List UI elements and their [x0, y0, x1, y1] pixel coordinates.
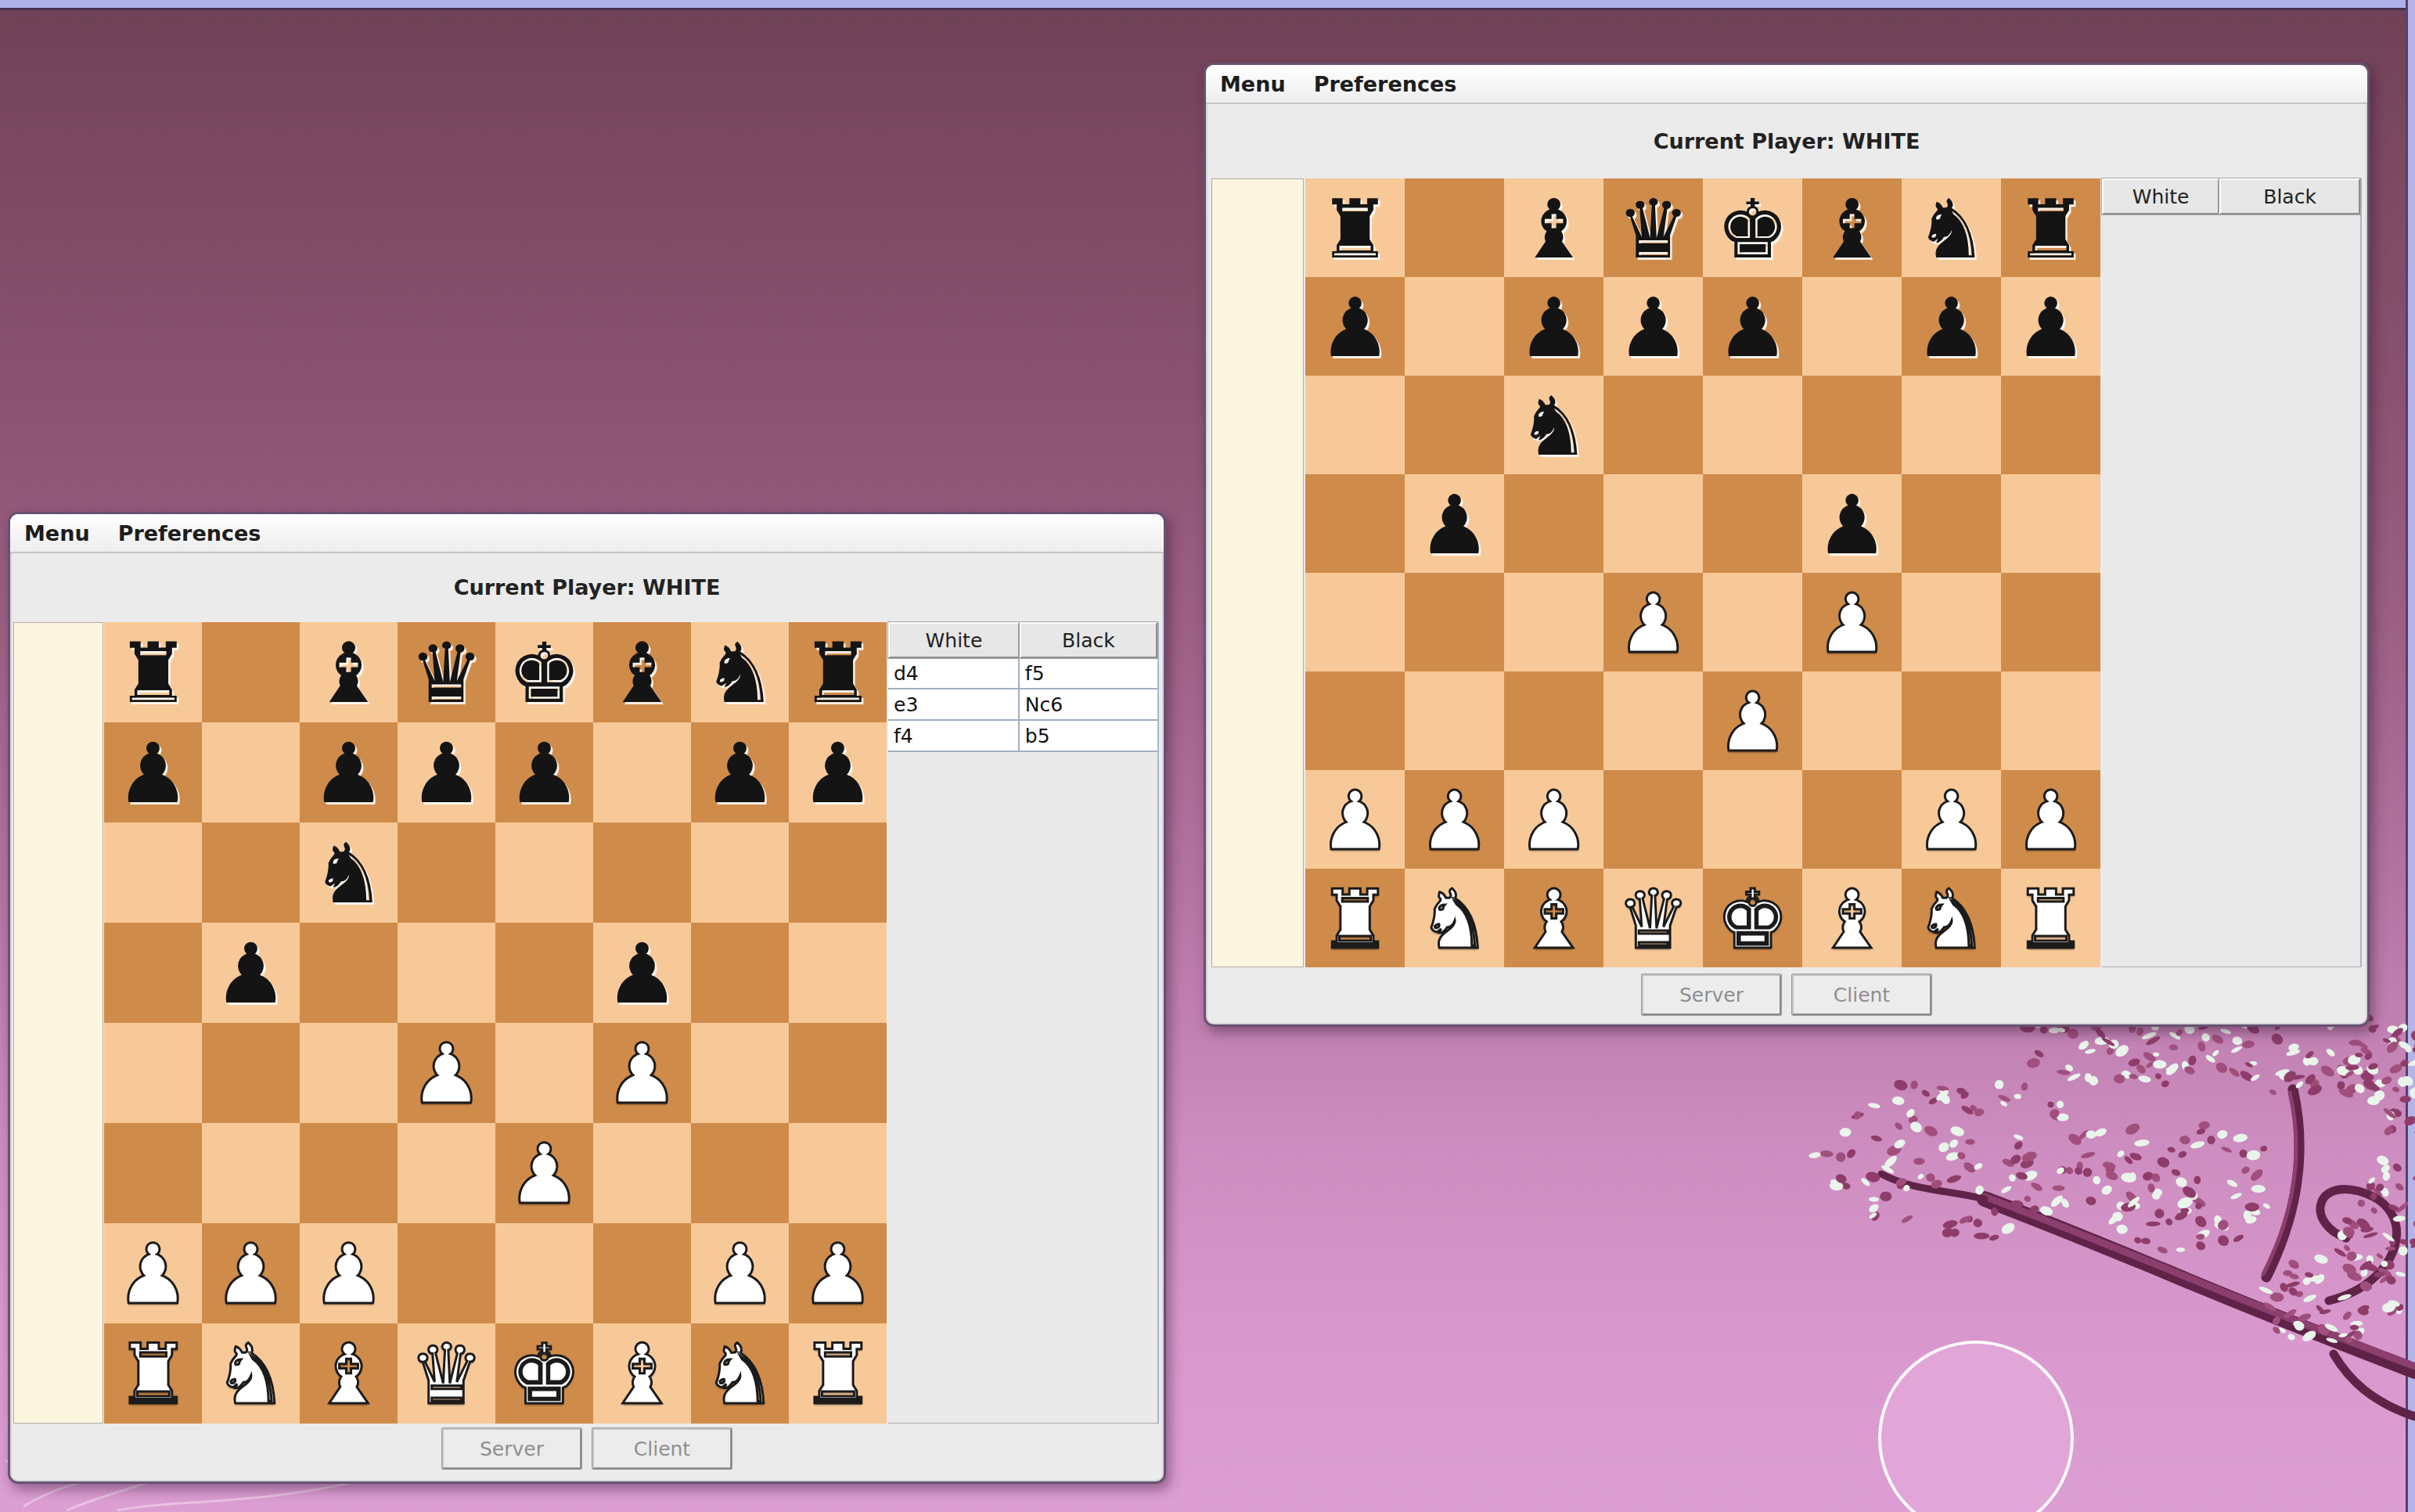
desktop-top-edge-strip: [0, 0, 2415, 10]
square-d4[interactable]: ♟: [398, 1023, 495, 1123]
square-b7[interactable]: [1405, 277, 1504, 376]
square-f4[interactable]: ♟: [593, 1023, 691, 1123]
piece-white-pawn: ♟: [1816, 583, 1888, 664]
square-e7[interactable]: ♟: [1703, 277, 1802, 376]
move-list-header: White Black: [888, 622, 1157, 658]
move-cell[interactable]: Nc6: [1020, 689, 1157, 719]
square-f3[interactable]: [593, 1123, 691, 1223]
square-h4[interactable]: [2001, 573, 2100, 671]
square-c7[interactable]: ♟: [300, 722, 398, 823]
square-h3[interactable]: [789, 1123, 887, 1223]
square-a3[interactable]: [1305, 671, 1405, 770]
move-list: White Black d4f5e3Nc6f4b5: [888, 622, 1159, 1424]
chess-board: ♜♝♛♚♝♞♜♟♟♟♟♟♟♞♟♟♟♟♟♟♟♟♟♟♜♞♝♛♚♝♞♜: [1305, 178, 2100, 967]
square-h4[interactable]: [789, 1023, 887, 1123]
piece-black-king: ♚: [1716, 189, 1789, 270]
move-col-header-white[interactable]: White: [2102, 178, 2219, 214]
square-d8[interactable]: ♛: [1603, 178, 1703, 277]
square-d6[interactable]: [1603, 376, 1703, 474]
square-f6[interactable]: [1802, 376, 1902, 474]
square-f1[interactable]: ♝: [593, 1323, 691, 1424]
piece-black-pawn: ♟: [703, 733, 777, 815]
square-d3[interactable]: [1603, 671, 1703, 770]
square-c7[interactable]: ♟: [1504, 277, 1603, 376]
square-e5[interactable]: [495, 923, 593, 1023]
square-a8[interactable]: ♜: [104, 622, 202, 722]
piece-black-pawn: ♟: [116, 733, 190, 815]
square-c5[interactable]: [300, 923, 398, 1023]
move-col-header-white[interactable]: White: [888, 622, 1020, 658]
square-h5[interactable]: [2001, 474, 2100, 573]
square-c6[interactable]: ♞: [300, 823, 398, 923]
square-f2[interactable]: [1802, 770, 1902, 869]
piece-white-knight: ♞: [214, 1334, 288, 1417]
square-e1[interactable]: ♚: [495, 1323, 593, 1424]
piece-black-pawn: ♟: [409, 733, 484, 815]
piece-black-pawn: ♟: [1617, 287, 1690, 369]
square-f2[interactable]: [593, 1223, 691, 1323]
piece-black-queen: ♛: [409, 632, 484, 715]
square-c3[interactable]: [1504, 671, 1603, 770]
square-e1[interactable]: ♚: [1703, 869, 1802, 967]
square-g2[interactable]: ♟: [1902, 770, 2001, 869]
piece-black-bishop: ♝: [1517, 189, 1590, 270]
square-f8[interactable]: ♝: [593, 622, 691, 722]
square-f7[interactable]: [1802, 277, 1902, 376]
piece-white-pawn: ♟: [507, 1133, 581, 1216]
square-f6[interactable]: [593, 823, 691, 923]
menu-item-preferences[interactable]: Preferences: [118, 521, 261, 545]
square-b7[interactable]: [202, 722, 300, 823]
piece-white-rook: ♜: [1319, 879, 1391, 960]
piece-white-pawn: ♟: [214, 1233, 288, 1316]
square-h2[interactable]: ♟: [789, 1223, 887, 1323]
move-cell[interactable]: f4: [888, 721, 1020, 751]
move-cell[interactable]: b5: [1020, 721, 1157, 751]
square-g8[interactable]: ♞: [691, 622, 789, 722]
piece-white-rook: ♜: [2014, 879, 2087, 960]
square-g2[interactable]: ♟: [691, 1223, 789, 1323]
piece-white-pawn: ♟: [605, 1033, 679, 1116]
square-a7[interactable]: ♟: [104, 722, 202, 823]
menu-item-menu[interactable]: Menu: [24, 521, 90, 545]
square-f4[interactable]: ♟: [1802, 573, 1902, 671]
square-c4[interactable]: [300, 1023, 398, 1123]
piece-white-king: ♚: [507, 1334, 581, 1417]
square-g7[interactable]: ♟: [1902, 277, 2001, 376]
square-e8[interactable]: ♚: [495, 622, 593, 722]
move-col-header-black[interactable]: Black: [1020, 622, 1157, 658]
square-h7[interactable]: ♟: [2001, 277, 2100, 376]
move-list-header: White Black: [2102, 178, 2360, 214]
piece-black-rook: ♜: [2014, 189, 2087, 270]
piece-white-pawn: ♟: [1915, 780, 1988, 862]
square-e4[interactable]: [1703, 573, 1802, 671]
move-list-body: d4f5e3Nc6f4b5: [888, 658, 1157, 752]
square-g5[interactable]: [691, 923, 789, 1023]
client-button[interactable]: Client: [1792, 974, 1931, 1015]
piece-black-knight: ♞: [703, 632, 777, 715]
piece-black-pawn: ♟: [1816, 484, 1888, 566]
square-g6[interactable]: [1902, 376, 2001, 474]
piece-white-knight: ♞: [703, 1334, 777, 1417]
move-row[interactable]: f4b5: [888, 721, 1157, 752]
piece-black-pawn: ♟: [1517, 287, 1590, 369]
square-c1[interactable]: ♝: [1504, 869, 1603, 967]
square-g1[interactable]: ♞: [691, 1323, 789, 1424]
piece-black-pawn: ♟: [311, 733, 386, 815]
piece-white-pawn: ♟: [1716, 682, 1789, 763]
square-a7[interactable]: ♟: [1305, 277, 1405, 376]
square-b3[interactable]: [202, 1123, 300, 1223]
square-c3[interactable]: [300, 1123, 398, 1223]
square-g4[interactable]: [691, 1023, 789, 1123]
square-d6[interactable]: [398, 823, 495, 923]
chess-window-right: Menu Preferences Current Player: WHITE ♜…: [1204, 63, 2370, 1027]
square-f5[interactable]: ♟: [593, 923, 691, 1023]
square-b4[interactable]: [202, 1023, 300, 1123]
square-f3[interactable]: [1802, 671, 1902, 770]
square-b8[interactable]: [202, 622, 300, 722]
button-row: Server Client: [10, 1428, 1164, 1469]
square-a6[interactable]: [104, 823, 202, 923]
square-c4[interactable]: [1504, 573, 1603, 671]
piece-white-pawn: ♟: [1517, 780, 1590, 862]
square-a5[interactable]: [1305, 474, 1405, 573]
square-e3[interactable]: ♟: [1703, 671, 1802, 770]
current-player-label: Current Player: WHITE: [1206, 104, 2367, 178]
square-b1[interactable]: ♞: [202, 1323, 300, 1424]
square-d8[interactable]: ♛: [398, 622, 495, 722]
menu-item-preferences[interactable]: Preferences: [1314, 72, 1457, 96]
square-f7[interactable]: [593, 722, 691, 823]
piece-white-bishop: ♝: [605, 1334, 679, 1417]
menu-bar: Menu Preferences: [10, 514, 1164, 553]
square-h6[interactable]: [2001, 376, 2100, 474]
square-g6[interactable]: [691, 823, 789, 923]
square-e8[interactable]: ♚: [1703, 178, 1802, 277]
square-g4[interactable]: [1902, 573, 2001, 671]
piece-white-pawn: ♟: [1617, 583, 1690, 664]
square-h3[interactable]: [2001, 671, 2100, 770]
piece-black-pawn: ♟: [2014, 287, 2087, 369]
piece-black-pawn: ♟: [1716, 287, 1789, 369]
square-b2[interactable]: ♟: [202, 1223, 300, 1323]
square-a4[interactable]: [104, 1023, 202, 1123]
piece-black-queen: ♛: [1617, 189, 1690, 270]
piece-black-pawn: ♟: [801, 733, 875, 815]
piece-black-bishop: ♝: [1816, 189, 1888, 270]
square-b4[interactable]: [1405, 573, 1504, 671]
square-h8[interactable]: ♜: [789, 622, 887, 722]
square-e7[interactable]: ♟: [495, 722, 593, 823]
piece-white-rook: ♜: [116, 1334, 190, 1417]
menu-bar: Menu Preferences: [1206, 65, 2367, 104]
piece-white-pawn: ♟: [703, 1233, 777, 1316]
square-a3[interactable]: [104, 1123, 202, 1223]
square-a4[interactable]: [1305, 573, 1405, 671]
square-d2[interactable]: [1603, 770, 1703, 869]
square-c1[interactable]: ♝: [300, 1323, 398, 1424]
piece-black-pawn: ♟: [1418, 484, 1491, 566]
piece-black-rook: ♜: [801, 632, 875, 715]
square-e5[interactable]: [1703, 474, 1802, 573]
tree-foliage: [1809, 999, 2415, 1344]
piece-black-knight: ♞: [1517, 386, 1590, 467]
move-row[interactable]: d4f5: [888, 658, 1157, 689]
piece-black-bishop: ♝: [605, 632, 679, 715]
chess-board: ♜♝♛♚♝♞♜♟♟♟♟♟♟♞♟♟♟♟♟♟♟♟♟♟♜♞♝♛♚♝♞♜: [104, 622, 887, 1424]
square-b6[interactable]: [1405, 376, 1504, 474]
square-d7[interactable]: ♟: [1603, 277, 1703, 376]
square-d3[interactable]: [398, 1123, 495, 1223]
square-g5[interactable]: [1902, 474, 2001, 573]
square-a1[interactable]: ♜: [1305, 869, 1405, 967]
square-a2[interactable]: ♟: [104, 1223, 202, 1323]
square-b8[interactable]: [1405, 178, 1504, 277]
button-row: Server Client: [1206, 974, 2367, 1015]
square-a6[interactable]: [1305, 376, 1405, 474]
piece-black-rook: ♜: [116, 632, 190, 715]
chess-window-left: Menu Preferences Current Player: WHITE ♜…: [8, 512, 1166, 1484]
square-d1[interactable]: ♛: [1603, 869, 1703, 967]
piece-black-pawn: ♟: [605, 933, 679, 1016]
square-a8[interactable]: ♜: [1305, 178, 1405, 277]
square-b2[interactable]: ♟: [1405, 770, 1504, 869]
square-f1[interactable]: ♝: [1802, 869, 1902, 967]
piece-white-pawn: ♟: [2014, 780, 2087, 862]
square-d5[interactable]: [1603, 474, 1703, 573]
square-h5[interactable]: [789, 923, 887, 1023]
move-row[interactable]: e3Nc6: [888, 689, 1157, 721]
square-h7[interactable]: ♟: [789, 722, 887, 823]
square-g3[interactable]: [1902, 671, 2001, 770]
square-h1[interactable]: ♜: [2001, 869, 2100, 967]
square-c2[interactable]: ♟: [300, 1223, 398, 1323]
piece-black-pawn: ♟: [214, 933, 288, 1016]
square-c8[interactable]: ♝: [1504, 178, 1603, 277]
square-h1[interactable]: ♜: [789, 1323, 887, 1424]
piece-white-king: ♚: [1716, 879, 1789, 960]
side-panel: [1211, 178, 1304, 967]
square-a5[interactable]: [104, 923, 202, 1023]
move-cell[interactable]: e3: [888, 689, 1020, 719]
square-a1[interactable]: ♜: [104, 1323, 202, 1424]
square-d2[interactable]: [398, 1223, 495, 1323]
square-c8[interactable]: ♝: [300, 622, 398, 722]
square-e4[interactable]: [495, 1023, 593, 1123]
square-b6[interactable]: [202, 823, 300, 923]
piece-white-knight: ♞: [1418, 879, 1491, 960]
piece-black-bishop: ♝: [311, 632, 386, 715]
move-cell[interactable]: d4: [888, 658, 1020, 688]
square-h6[interactable]: [789, 823, 887, 923]
square-g7[interactable]: ♟: [691, 722, 789, 823]
move-list: White Black: [2102, 178, 2362, 967]
client-button[interactable]: Client: [592, 1428, 732, 1469]
piece-white-bishop: ♝: [311, 1334, 386, 1417]
piece-white-pawn: ♟: [1319, 780, 1391, 862]
square-b3[interactable]: [1405, 671, 1504, 770]
square-f5[interactable]: ♟: [1802, 474, 1902, 573]
piece-white-pawn: ♟: [116, 1233, 190, 1316]
side-panel: [13, 622, 103, 1424]
piece-white-bishop: ♝: [1816, 879, 1888, 960]
square-d4[interactable]: ♟: [1603, 573, 1703, 671]
square-f8[interactable]: ♝: [1802, 178, 1902, 277]
piece-white-pawn: ♟: [409, 1033, 484, 1116]
square-h2[interactable]: ♟: [2001, 770, 2100, 869]
square-d5[interactable]: [398, 923, 495, 1023]
piece-black-pawn: ♟: [507, 733, 581, 815]
current-player-label: Current Player: WHITE: [10, 553, 1164, 621]
piece-white-bishop: ♝: [1517, 879, 1590, 960]
menu-item-menu[interactable]: Menu: [1220, 72, 1286, 96]
piece-black-pawn: ♟: [1915, 287, 1988, 369]
piece-white-queen: ♛: [409, 1334, 484, 1417]
piece-white-pawn: ♟: [801, 1233, 875, 1316]
square-g1[interactable]: ♞: [1902, 869, 2001, 967]
square-g8[interactable]: ♞: [1902, 178, 2001, 277]
square-e2[interactable]: [495, 1223, 593, 1323]
square-d1[interactable]: ♛: [398, 1323, 495, 1424]
square-e6[interactable]: [495, 823, 593, 923]
square-h8[interactable]: ♜: [2001, 178, 2100, 277]
piece-white-rook: ♜: [801, 1334, 875, 1417]
piece-black-king: ♚: [507, 632, 581, 715]
square-c2[interactable]: ♟: [1504, 770, 1603, 869]
square-e2[interactable]: [1703, 770, 1802, 869]
square-g3[interactable]: [691, 1123, 789, 1223]
square-d7[interactable]: ♟: [398, 722, 495, 823]
square-e3[interactable]: ♟: [495, 1123, 593, 1223]
move-col-header-black[interactable]: Black: [2219, 178, 2360, 214]
piece-black-rook: ♜: [1319, 189, 1391, 270]
piece-white-pawn: ♟: [1418, 780, 1491, 862]
server-button[interactable]: Server: [442, 1428, 581, 1469]
piece-black-knight: ♞: [311, 833, 386, 916]
move-cell[interactable]: f5: [1020, 658, 1157, 688]
square-e6[interactable]: [1703, 376, 1802, 474]
square-b5[interactable]: ♟: [202, 923, 300, 1023]
piece-white-queen: ♛: [1617, 879, 1690, 960]
square-b1[interactable]: ♞: [1405, 869, 1504, 967]
server-button[interactable]: Server: [1642, 974, 1781, 1015]
square-c5[interactable]: [1504, 474, 1603, 573]
square-b5[interactable]: ♟: [1405, 474, 1504, 573]
square-c6[interactable]: ♞: [1504, 376, 1603, 474]
square-a2[interactable]: ♟: [1305, 770, 1405, 869]
piece-black-pawn: ♟: [1319, 287, 1391, 369]
piece-black-knight: ♞: [1915, 189, 1988, 270]
piece-white-pawn: ♟: [311, 1233, 386, 1316]
piece-white-knight: ♞: [1915, 879, 1988, 960]
